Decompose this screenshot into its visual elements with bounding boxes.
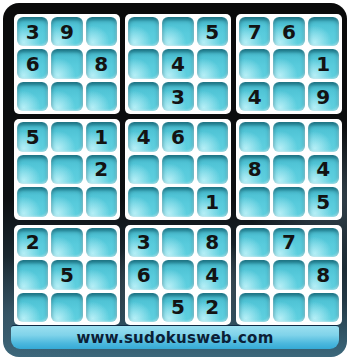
box-r2c0: 25 [14,225,120,325]
cell-r9c1[interactable] [17,293,48,322]
cell-r2c4[interactable] [128,49,159,78]
cell-r2c6[interactable] [197,49,228,78]
cell-r5c7[interactable]: 8 [239,155,270,184]
cell-r7c1[interactable]: 2 [17,228,48,257]
cell-r2c9[interactable]: 1 [308,49,339,78]
cell-r8c3[interactable] [86,260,117,289]
box-r2c2: 78 [236,225,342,325]
cell-r4c7[interactable] [239,122,270,151]
cell-r8c8[interactable] [273,260,304,289]
cell-r1c9[interactable] [308,17,339,46]
cell-r1c8[interactable]: 6 [273,17,304,46]
cell-r4c1[interactable]: 5 [17,122,48,151]
cell-r8c6[interactable]: 4 [197,260,228,289]
cell-r9c2[interactable] [51,293,82,322]
cell-r6c9[interactable]: 5 [308,187,339,216]
box-r0c2: 76149 [236,14,342,114]
cell-r9c6[interactable]: 2 [197,293,228,322]
cell-r5c8[interactable] [273,155,304,184]
cell-r4c9[interactable] [308,122,339,151]
cell-r9c3[interactable] [86,293,117,322]
cell-r5c6[interactable] [197,155,228,184]
cell-r5c1[interactable] [17,155,48,184]
cell-r6c8[interactable] [273,187,304,216]
cell-r9c5[interactable]: 5 [162,293,193,322]
cell-r9c8[interactable] [273,293,304,322]
cell-r2c1[interactable]: 6 [17,49,48,78]
box-r0c0: 3968 [14,14,120,114]
sudoku-board: 3968543761495124618452538645278 [14,14,342,325]
box-r1c0: 512 [14,119,120,219]
cell-r2c8[interactable] [273,49,304,78]
board-frame: 3968543761495124618452538645278 www.sudo… [3,3,347,357]
cell-r8c7[interactable] [239,260,270,289]
cell-r2c7[interactable] [239,49,270,78]
site-url: www.sudokusweb.com [76,329,273,347]
cell-r1c4[interactable] [128,17,159,46]
cell-r3c1[interactable] [17,82,48,111]
cell-r7c6[interactable]: 8 [197,228,228,257]
cell-r8c4[interactable]: 6 [128,260,159,289]
cell-r8c9[interactable]: 8 [308,260,339,289]
cell-r6c5[interactable] [162,187,193,216]
cell-r1c2[interactable]: 9 [51,17,82,46]
cell-r8c5[interactable] [162,260,193,289]
box-r1c2: 845 [236,119,342,219]
cell-r7c3[interactable] [86,228,117,257]
cell-r4c5[interactable]: 6 [162,122,193,151]
cell-r4c3[interactable]: 1 [86,122,117,151]
cell-r7c4[interactable]: 3 [128,228,159,257]
cell-r3c5[interactable]: 3 [162,82,193,111]
cell-r6c2[interactable] [51,187,82,216]
footer-bar: www.sudokusweb.com [11,325,339,349]
cell-r6c7[interactable] [239,187,270,216]
cell-r5c5[interactable] [162,155,193,184]
cell-r9c7[interactable] [239,293,270,322]
cell-r7c2[interactable] [51,228,82,257]
cell-r7c7[interactable] [239,228,270,257]
cell-r6c4[interactable] [128,187,159,216]
cell-r2c5[interactable]: 4 [162,49,193,78]
cell-r5c9[interactable]: 4 [308,155,339,184]
cell-r9c4[interactable] [128,293,159,322]
cell-r5c4[interactable] [128,155,159,184]
cell-r1c1[interactable]: 3 [17,17,48,46]
cell-r3c3[interactable] [86,82,117,111]
cell-r3c9[interactable]: 9 [308,82,339,111]
cell-r3c2[interactable] [51,82,82,111]
cell-r7c5[interactable] [162,228,193,257]
box-r1c1: 461 [125,119,231,219]
cell-r8c1[interactable] [17,260,48,289]
box-r0c1: 543 [125,14,231,114]
cell-r1c5[interactable] [162,17,193,46]
cell-r2c3[interactable]: 8 [86,49,117,78]
box-r2c1: 386452 [125,225,231,325]
cell-r4c4[interactable]: 4 [128,122,159,151]
cell-r1c6[interactable]: 5 [197,17,228,46]
cell-r4c8[interactable] [273,122,304,151]
cell-r5c2[interactable] [51,155,82,184]
cell-r5c3[interactable]: 2 [86,155,117,184]
cell-r3c8[interactable] [273,82,304,111]
cell-r6c6[interactable]: 1 [197,187,228,216]
cell-r7c9[interactable] [308,228,339,257]
cell-r9c9[interactable] [308,293,339,322]
cell-r8c2[interactable]: 5 [51,260,82,289]
cell-r4c6[interactable] [197,122,228,151]
cell-r2c2[interactable] [51,49,82,78]
cell-r7c8[interactable]: 7 [273,228,304,257]
cell-r6c3[interactable] [86,187,117,216]
cell-r3c7[interactable]: 4 [239,82,270,111]
cell-r3c6[interactable] [197,82,228,111]
cell-r1c7[interactable]: 7 [239,17,270,46]
cell-r1c3[interactable] [86,17,117,46]
sudoku-puzzle-screen: 3968543761495124618452538645278 www.sudo… [0,0,350,360]
cell-r6c1[interactable] [17,187,48,216]
cell-r3c4[interactable] [128,82,159,111]
cell-r4c2[interactable] [51,122,82,151]
